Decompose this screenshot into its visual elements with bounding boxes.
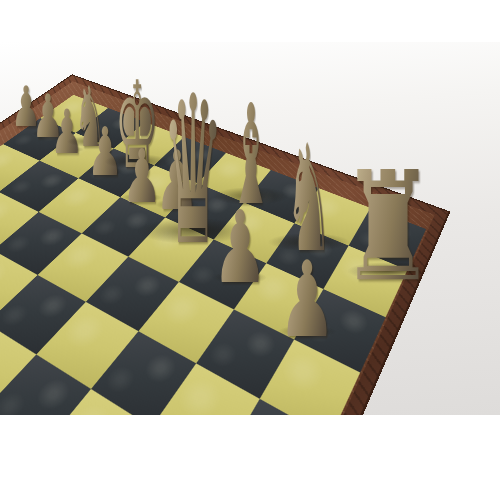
- piece-brass-pawn[interactable]: ♟: [212, 198, 268, 298]
- piece-brass-pawn[interactable]: ♟: [278, 248, 336, 353]
- piece-brass-rook[interactable]: ♜: [339, 152, 436, 303]
